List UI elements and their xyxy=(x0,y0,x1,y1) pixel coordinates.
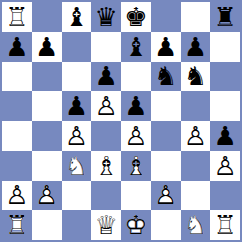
square-d4[interactable] xyxy=(91,121,121,151)
white-pawn-piece: ♟♙ xyxy=(91,91,121,121)
white-pawn-piece: ♟♙ xyxy=(210,151,240,181)
square-a1[interactable]: ♜♖ xyxy=(2,210,32,240)
white-pawn-piece: ♟♙ xyxy=(181,121,211,151)
black-pawn-piece: ♟ xyxy=(181,32,211,62)
white-knight-piece: ♞♘ xyxy=(62,151,92,181)
square-h6[interactable] xyxy=(210,62,240,92)
square-f2[interactable]: ♟♙ xyxy=(151,181,181,211)
square-h7[interactable] xyxy=(210,32,240,62)
chess-board: ♜♖♝♛♚♜♟♟♝♟♟♟♞♞♟♟♙♟♟♙♟♙♟♙♟♞♘♝♗♝♗♟♙♟♙♟♙♟♙♜… xyxy=(0,0,242,242)
square-d1[interactable]: ♛♕ xyxy=(91,210,121,240)
square-c2[interactable] xyxy=(62,181,92,211)
square-a2[interactable]: ♟♙ xyxy=(2,181,32,211)
square-f3[interactable] xyxy=(151,151,181,181)
square-f5[interactable] xyxy=(151,91,181,121)
white-pawn-piece: ♟♙ xyxy=(151,181,181,211)
white-queen-piece: ♛♕ xyxy=(91,210,121,240)
black-bishop-piece: ♝ xyxy=(62,2,92,32)
black-pawn-piece: ♟ xyxy=(121,91,151,121)
square-d8[interactable]: ♛ xyxy=(91,2,121,32)
square-d6[interactable]: ♟ xyxy=(91,62,121,92)
square-a5[interactable] xyxy=(2,91,32,121)
square-d2[interactable] xyxy=(91,181,121,211)
square-a4[interactable] xyxy=(2,121,32,151)
white-pawn-piece: ♟♙ xyxy=(121,121,151,151)
black-pawn-piece: ♟ xyxy=(210,121,240,151)
black-king-piece: ♚ xyxy=(121,2,151,32)
square-b8[interactable] xyxy=(32,2,62,32)
square-g6[interactable]: ♞ xyxy=(181,62,211,92)
square-d7[interactable] xyxy=(91,32,121,62)
black-pawn-piece: ♟ xyxy=(62,91,92,121)
square-h3[interactable]: ♟♙ xyxy=(210,151,240,181)
black-knight-piece: ♞ xyxy=(151,62,181,92)
square-e4[interactable]: ♟♙ xyxy=(121,121,151,151)
square-b1[interactable] xyxy=(32,210,62,240)
square-h1[interactable]: ♜♖ xyxy=(210,210,240,240)
square-c6[interactable] xyxy=(62,62,92,92)
white-pawn-piece: ♟♙ xyxy=(2,181,32,211)
black-pawn-piece: ♟ xyxy=(151,32,181,62)
square-h5[interactable] xyxy=(210,91,240,121)
white-rook-piece: ♜♖ xyxy=(2,210,32,240)
white-bishop-piece: ♝♗ xyxy=(121,151,151,181)
square-g5[interactable] xyxy=(181,91,211,121)
square-d5[interactable]: ♟♙ xyxy=(91,91,121,121)
black-pawn-piece: ♟ xyxy=(2,32,32,62)
white-bishop-piece: ♝♗ xyxy=(91,151,121,181)
square-c3[interactable]: ♞♘ xyxy=(62,151,92,181)
black-rook-piece: ♜ xyxy=(210,2,240,32)
square-c5[interactable]: ♟ xyxy=(62,91,92,121)
square-e8[interactable]: ♚ xyxy=(121,2,151,32)
square-d3[interactable]: ♝♗ xyxy=(91,151,121,181)
square-g7[interactable]: ♟ xyxy=(181,32,211,62)
square-f4[interactable] xyxy=(151,121,181,151)
square-h8[interactable]: ♜ xyxy=(210,2,240,32)
square-c7[interactable] xyxy=(62,32,92,62)
square-c4[interactable]: ♟♙ xyxy=(62,121,92,151)
square-a8[interactable]: ♜♖ xyxy=(2,2,32,32)
white-rook-piece: ♜♖ xyxy=(2,2,32,32)
square-h2[interactable] xyxy=(210,181,240,211)
white-pawn-piece: ♟♙ xyxy=(32,181,62,211)
square-e7[interactable]: ♝ xyxy=(121,32,151,62)
square-b3[interactable] xyxy=(32,151,62,181)
black-knight-piece: ♞ xyxy=(181,62,211,92)
square-e2[interactable] xyxy=(121,181,151,211)
square-h4[interactable]: ♟ xyxy=(210,121,240,151)
square-e3[interactable]: ♝♗ xyxy=(121,151,151,181)
black-bishop-piece: ♝ xyxy=(121,32,151,62)
square-b5[interactable] xyxy=(32,91,62,121)
square-g2[interactable] xyxy=(181,181,211,211)
square-b6[interactable] xyxy=(32,62,62,92)
square-g1[interactable]: ♞♘ xyxy=(181,210,211,240)
square-g4[interactable]: ♟♙ xyxy=(181,121,211,151)
square-f7[interactable]: ♟ xyxy=(151,32,181,62)
square-a3[interactable] xyxy=(2,151,32,181)
square-a6[interactable] xyxy=(2,62,32,92)
square-b7[interactable]: ♟ xyxy=(32,32,62,62)
square-g3[interactable] xyxy=(181,151,211,181)
square-e5[interactable]: ♟ xyxy=(121,91,151,121)
square-g8[interactable] xyxy=(181,2,211,32)
black-pawn-piece: ♟ xyxy=(91,62,121,92)
square-a7[interactable]: ♟ xyxy=(2,32,32,62)
white-pawn-piece: ♟♙ xyxy=(62,121,92,151)
white-knight-piece: ♞♘ xyxy=(181,210,211,240)
white-rook-piece: ♜♖ xyxy=(210,210,240,240)
square-e6[interactable] xyxy=(121,62,151,92)
white-king-piece: ♚♔ xyxy=(121,210,151,240)
square-f1[interactable] xyxy=(151,210,181,240)
square-f8[interactable] xyxy=(151,2,181,32)
black-queen-piece: ♛ xyxy=(91,2,121,32)
black-pawn-piece: ♟ xyxy=(32,32,62,62)
square-c1[interactable] xyxy=(62,210,92,240)
square-e1[interactable]: ♚♔ xyxy=(121,210,151,240)
square-b4[interactable] xyxy=(32,121,62,151)
square-b2[interactable]: ♟♙ xyxy=(32,181,62,211)
square-f6[interactable]: ♞ xyxy=(151,62,181,92)
square-c8[interactable]: ♝ xyxy=(62,2,92,32)
